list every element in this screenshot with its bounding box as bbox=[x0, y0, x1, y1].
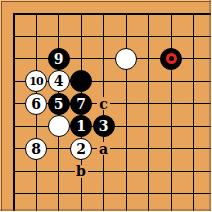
move-number: 2 bbox=[76, 142, 86, 156]
move-number: 10 bbox=[29, 76, 42, 87]
grid-line-vertical bbox=[103, 13, 104, 212]
frame-right-shadow bbox=[209, 0, 211, 211]
white-stone-move-4: 4 bbox=[48, 70, 70, 92]
grid-line-horizontal bbox=[13, 193, 212, 194]
move-number: 8 bbox=[31, 142, 41, 156]
grid-line-vertical bbox=[193, 13, 194, 212]
white-stone-move-10: 10 bbox=[25, 70, 47, 92]
frame-left-dark bbox=[1, 1, 2, 211]
black-stone-move-3: 3 bbox=[93, 115, 115, 137]
move-number: 6 bbox=[31, 97, 41, 111]
white-stone bbox=[115, 48, 137, 70]
white-stone-move-8: 8 bbox=[25, 138, 47, 160]
white-stone bbox=[48, 115, 70, 137]
frame-top-dark bbox=[1, 1, 211, 2]
grid-line-horizontal bbox=[13, 36, 212, 37]
point-label-a: a bbox=[97, 142, 110, 155]
move-number: 3 bbox=[99, 119, 109, 133]
black-stone-marked bbox=[160, 48, 182, 70]
move-number: 9 bbox=[54, 52, 64, 66]
point-label-c: c bbox=[97, 97, 110, 110]
black-stone-move-5: 5 bbox=[48, 93, 70, 115]
frame-top-highlight bbox=[0, 0, 211, 1]
move-number: 1 bbox=[76, 119, 86, 133]
move-number: 7 bbox=[76, 97, 86, 111]
black-stone bbox=[70, 70, 92, 92]
white-stone-move-2: 2 bbox=[70, 138, 92, 160]
board-edge-top bbox=[13, 13, 212, 15]
grid-line-horizontal bbox=[13, 171, 212, 172]
grid-line-vertical bbox=[126, 13, 127, 212]
black-stone-move-1: 1 bbox=[70, 115, 92, 137]
move-number: 5 bbox=[54, 97, 64, 111]
frame-left-highlight bbox=[0, 0, 1, 211]
grid-line-vertical bbox=[148, 13, 149, 212]
white-stone-move-6: 6 bbox=[25, 93, 47, 115]
circle-marker-icon bbox=[166, 53, 177, 64]
black-stone-move-7: 7 bbox=[70, 93, 92, 115]
point-label-b: b bbox=[75, 165, 88, 178]
black-stone-move-9: 9 bbox=[48, 48, 70, 70]
frame-bottom-shadow bbox=[0, 209, 211, 211]
grid-line-vertical bbox=[171, 13, 172, 212]
board-edge-left bbox=[13, 13, 15, 212]
move-number: 4 bbox=[54, 74, 64, 88]
go-board: 91046571382cab bbox=[0, 0, 211, 211]
